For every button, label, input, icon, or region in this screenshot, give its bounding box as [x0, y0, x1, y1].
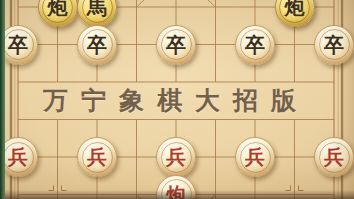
piece-glyph: 卒 — [245, 35, 265, 55]
piece-red-soldier[interactable]: 兵 — [0, 137, 38, 177]
piece-glyph: 卒 — [324, 35, 344, 55]
piece-red-soldier[interactable]: 兵 — [156, 137, 196, 177]
piece-red-soldier[interactable]: 兵 — [314, 137, 354, 177]
piece-black-cannon[interactable]: 炮 — [38, 0, 78, 27]
piece-glyph: 炮 — [285, 0, 305, 17]
piece-black-soldier[interactable]: 卒 — [156, 25, 196, 65]
piece-glyph: 卒 — [87, 35, 107, 55]
piece-black-soldier[interactable]: 卒 — [77, 25, 117, 65]
screen-edge-strip — [0, 0, 5, 199]
piece-black-soldier[interactable]: 卒 — [235, 25, 275, 65]
piece-glyph: 卒 — [166, 35, 186, 55]
piece-glyph: 兵 — [166, 147, 186, 167]
piece-glyph: 兵 — [87, 147, 107, 167]
piece-black-cannon[interactable]: 炮 — [275, 0, 315, 27]
piece-glyph: 炮 — [48, 0, 68, 17]
piece-red-soldier[interactable]: 兵 — [77, 137, 117, 177]
piece-glyph: 兵 — [245, 147, 265, 167]
piece-glyph: 馬 — [87, 0, 107, 17]
piece-glyph: 兵 — [8, 147, 28, 167]
piece-black-soldier[interactable]: 卒 — [314, 25, 354, 65]
bottom-shadow — [0, 190, 354, 199]
piece-black-soldier[interactable]: 卒 — [0, 25, 38, 65]
piece-black-horse[interactable]: 馬 — [77, 0, 117, 27]
piece-glyph: 卒 — [8, 35, 28, 55]
piece-grid: 炮馬炮卒卒卒卒卒兵兵兵兵兵炮 — [0, 0, 354, 199]
piece-red-soldier[interactable]: 兵 — [235, 137, 275, 177]
piece-glyph: 兵 — [324, 147, 344, 167]
xiangqi-board[interactable]: 万宁象棋大招版 炮馬炮卒卒卒卒卒兵兵兵兵兵炮 — [0, 0, 354, 199]
